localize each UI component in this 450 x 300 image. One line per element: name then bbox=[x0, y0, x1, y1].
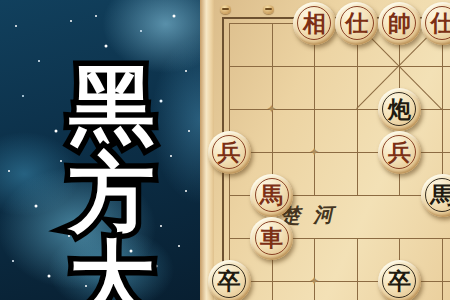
screw-icon bbox=[220, 5, 231, 14]
piece-character: 仕 bbox=[335, 2, 378, 45]
piece-車-red[interactable]: 車 bbox=[250, 217, 293, 260]
banner-char-2: 方 bbox=[56, 148, 168, 238]
screw-icon bbox=[263, 5, 274, 14]
xiangqi-board[interactable]: ✦✦✦ 楚 河 相仕帥仕炮兵兵馬馬車卒卒 bbox=[200, 0, 450, 300]
piece-character: 車 bbox=[250, 217, 293, 260]
piece-仕-red[interactable]: 仕 bbox=[421, 2, 450, 45]
piece-仕-red[interactable]: 仕 bbox=[335, 2, 378, 45]
piece-相-red[interactable]: 相 bbox=[293, 2, 336, 45]
banner-char-1: 黑 bbox=[56, 60, 168, 150]
piece-character: 卒 bbox=[208, 260, 251, 300]
position-marker: ✦ bbox=[307, 145, 321, 159]
piece-character: 帥 bbox=[378, 2, 421, 45]
grid-line bbox=[442, 23, 443, 195]
grid-line bbox=[314, 238, 315, 300]
piece-卒-black[interactable]: 卒 bbox=[378, 260, 421, 300]
banner-char-3: 大 bbox=[56, 235, 168, 300]
piece-馬-black[interactable]: 馬 bbox=[421, 174, 450, 217]
piece-帥-red[interactable]: 帥 bbox=[378, 2, 421, 45]
piece-character: 馬 bbox=[250, 174, 293, 217]
banner: 黑 方 大 bbox=[56, 0, 168, 300]
piece-character: 兵 bbox=[208, 131, 251, 174]
piece-兵-red[interactable]: 兵 bbox=[378, 131, 421, 174]
grid-line bbox=[357, 23, 358, 195]
star-field bbox=[15, 25, 17, 27]
grid-line bbox=[442, 238, 443, 300]
river-char-he: 河 bbox=[313, 201, 334, 229]
position-marker: ✦ bbox=[307, 274, 321, 288]
position-marker: ✦ bbox=[265, 102, 279, 116]
piece-卒-black[interactable]: 卒 bbox=[208, 260, 251, 300]
piece-馬-red[interactable]: 馬 bbox=[250, 174, 293, 217]
piece-character: 卒 bbox=[378, 260, 421, 300]
piece-character: 馬 bbox=[421, 174, 450, 217]
piece-炮-black[interactable]: 炮 bbox=[378, 88, 421, 131]
grid-line bbox=[229, 66, 450, 67]
piece-character: 兵 bbox=[378, 131, 421, 174]
grid-line bbox=[314, 23, 315, 195]
piece-character: 相 bbox=[293, 2, 336, 45]
grid-line bbox=[357, 238, 358, 300]
piece-character: 仕 bbox=[421, 2, 450, 45]
space-background: 黑 方 大 bbox=[0, 0, 202, 300]
piece-兵-red[interactable]: 兵 bbox=[208, 131, 251, 174]
piece-character: 炮 bbox=[378, 88, 421, 131]
